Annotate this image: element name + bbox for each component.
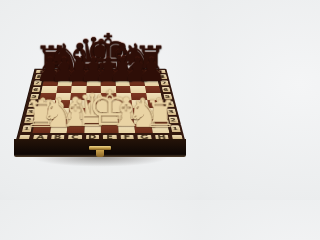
clasp-tab bbox=[96, 150, 104, 157]
chess-set-scene: ABCDEFGH8♜♞♝♛♚♝♞♜87♟♟♟♟♟♟♟♟7665544332♟♟♟… bbox=[16, 0, 184, 140]
square-h1[interactable]: ♜ bbox=[151, 124, 170, 133]
piece-black-pawn-h7[interactable]: ♟ bbox=[127, 53, 177, 85]
chess-board: ABCDEFGH8♜♞♝♛♚♝♞♜87♟♟♟♟♟♟♟♟7665544332♟♟♟… bbox=[16, 69, 184, 140]
square-h7[interactable]: ♟ bbox=[144, 80, 160, 87]
piece-white-rook-h1[interactable]: ♜ bbox=[132, 96, 191, 133]
photo-background: { "game": "chess", "scene_type": "wooden… bbox=[0, 0, 200, 200]
brass-clasp bbox=[89, 146, 111, 158]
